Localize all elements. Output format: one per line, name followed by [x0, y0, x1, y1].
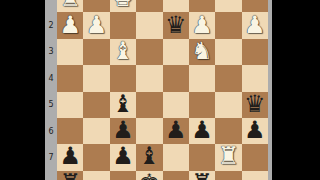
square-a2[interactable]: ♟ [242, 12, 268, 38]
piece-bP[interactable]: ♟ [191, 118, 213, 142]
square-g8[interactable] [83, 171, 109, 180]
square-c1[interactable] [189, 0, 215, 12]
square-g3[interactable] [83, 39, 109, 65]
square-a4[interactable] [242, 65, 268, 91]
square-c7[interactable] [189, 144, 215, 170]
square-d7[interactable] [163, 144, 189, 170]
piece-bP[interactable]: ♟ [112, 144, 134, 168]
piece-wB[interactable]: ♝ [112, 39, 134, 63]
rank-label-strip: 2 3 4 5 6 7 [45, 0, 57, 180]
square-g2[interactable]: ♟ [83, 12, 109, 38]
square-b4[interactable] [215, 65, 241, 91]
piece-wP[interactable]: ♟ [86, 13, 108, 37]
square-d8[interactable] [163, 171, 189, 180]
piece-bR[interactable]: ♜ [59, 171, 81, 180]
square-d3[interactable] [163, 39, 189, 65]
square-f3[interactable]: ♝ [110, 39, 136, 65]
square-b7[interactable]: ♜ [215, 144, 241, 170]
piece-bQ[interactable]: ♛ [165, 13, 187, 37]
square-a1[interactable] [242, 0, 268, 12]
piece-wP[interactable]: ♟ [191, 13, 213, 37]
square-a8[interactable] [242, 171, 268, 180]
square-d2[interactable]: ♛ [163, 12, 189, 38]
square-d5[interactable] [163, 92, 189, 118]
piece-wN[interactable]: ♞ [191, 39, 213, 63]
square-c5[interactable] [189, 92, 215, 118]
piece-wP[interactable]: ♟ [244, 13, 266, 37]
piece-wR[interactable]: ♜ [59, 0, 81, 10]
video-frame: 2 3 4 5 6 7 ♜♚♟♟♛♟♟♝♞♝♛♟♟♟♟♟♟♝♜♜♚♜ [0, 0, 320, 180]
square-e2[interactable] [136, 12, 162, 38]
square-a5[interactable]: ♛ [242, 92, 268, 118]
square-h3[interactable] [57, 39, 83, 65]
rank-label-2: 2 [45, 20, 57, 31]
square-f6[interactable]: ♟ [110, 118, 136, 144]
square-h5[interactable] [57, 92, 83, 118]
piece-wP[interactable]: ♟ [59, 13, 81, 37]
square-c4[interactable] [189, 65, 215, 91]
square-g1[interactable] [83, 0, 109, 12]
square-e5[interactable] [136, 92, 162, 118]
piece-bP[interactable]: ♟ [112, 118, 134, 142]
rank-label-3: 3 [45, 46, 57, 57]
square-f1[interactable]: ♚ [110, 0, 136, 12]
square-b3[interactable] [215, 39, 241, 65]
square-e8[interactable]: ♚ [136, 171, 162, 180]
square-e3[interactable] [136, 39, 162, 65]
square-b2[interactable] [215, 12, 241, 38]
piece-bK[interactable]: ♚ [139, 171, 161, 180]
square-h2[interactable]: ♟ [57, 12, 83, 38]
square-c2[interactable]: ♟ [189, 12, 215, 38]
piece-bB[interactable]: ♝ [139, 144, 161, 168]
square-h1[interactable]: ♜ [57, 0, 83, 12]
piece-bP[interactable]: ♟ [244, 118, 266, 142]
square-b8[interactable] [215, 171, 241, 180]
rank-label-6: 6 [45, 126, 57, 137]
square-b6[interactable] [215, 118, 241, 144]
rank-label-7: 7 [45, 152, 57, 163]
piece-bR[interactable]: ♜ [191, 171, 213, 180]
square-c8[interactable]: ♜ [189, 171, 215, 180]
square-h4[interactable] [57, 65, 83, 91]
square-c6[interactable]: ♟ [189, 118, 215, 144]
square-a7[interactable] [242, 144, 268, 170]
square-g5[interactable] [83, 92, 109, 118]
piece-wK[interactable]: ♚ [112, 0, 134, 10]
square-b1[interactable] [215, 0, 241, 12]
piece-bP[interactable]: ♟ [59, 144, 81, 168]
square-g4[interactable] [83, 65, 109, 91]
square-h6[interactable] [57, 118, 83, 144]
square-e4[interactable] [136, 65, 162, 91]
square-g6[interactable] [83, 118, 109, 144]
rank-label-5: 5 [45, 99, 57, 110]
square-e1[interactable] [136, 0, 162, 12]
square-f8[interactable] [110, 171, 136, 180]
square-d4[interactable] [163, 65, 189, 91]
square-d1[interactable] [163, 0, 189, 12]
square-g7[interactable] [83, 144, 109, 170]
square-d6[interactable]: ♟ [163, 118, 189, 144]
square-h8[interactable]: ♜ [57, 171, 83, 180]
square-f2[interactable] [110, 12, 136, 38]
square-e7[interactable]: ♝ [136, 144, 162, 170]
square-e6[interactable] [136, 118, 162, 144]
square-h7[interactable]: ♟ [57, 144, 83, 170]
square-a6[interactable]: ♟ [242, 118, 268, 144]
chess-board: ♜♚♟♟♛♟♟♝♞♝♛♟♟♟♟♟♟♝♜♜♚♜ [57, 0, 268, 180]
square-f7[interactable]: ♟ [110, 144, 136, 170]
piece-bP[interactable]: ♟ [165, 118, 187, 142]
square-a3[interactable] [242, 39, 268, 65]
piece-bQ[interactable]: ♛ [244, 92, 266, 116]
board-frame-right [268, 0, 272, 180]
square-c3[interactable]: ♞ [189, 39, 215, 65]
piece-wR[interactable]: ♜ [218, 144, 240, 168]
square-f5[interactable]: ♝ [110, 92, 136, 118]
rank-label-4: 4 [45, 73, 57, 84]
piece-bB[interactable]: ♝ [112, 92, 134, 116]
square-f4[interactable] [110, 65, 136, 91]
square-b5[interactable] [215, 92, 241, 118]
